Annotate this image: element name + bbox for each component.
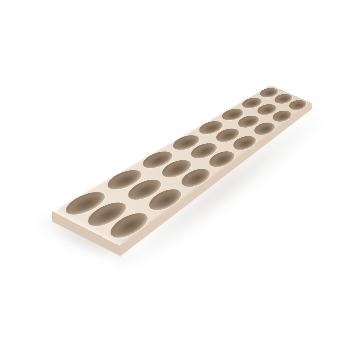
pit-grid <box>52 85 312 246</box>
mancala-board <box>52 85 312 246</box>
board-photo-scene <box>0 0 350 350</box>
